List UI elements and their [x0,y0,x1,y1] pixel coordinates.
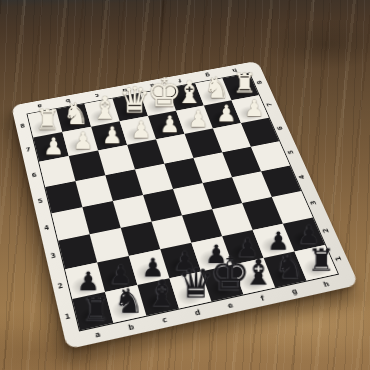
piece-black-knight-g1: ♞ [273,250,306,283]
piece-white-pawn-b7: ♟ [68,129,98,152]
square-c7: ♟ [91,121,127,150]
piece-shadow [171,92,199,110]
square-e8: ♚ [140,88,176,116]
piece-shadow [115,102,143,120]
piece-shadow [94,130,122,149]
piece-white-pawn-e7: ♟ [155,113,185,136]
square-f7: ♟ [176,105,213,133]
vinyl-mat: abcdefgh abcdefgh 87654321 87654321 ♜♞♝♛… [11,61,359,350]
rank-label-right-5: 5 [275,144,308,159]
file-label-e: e [212,296,249,315]
square-g5 [222,147,261,177]
square-g6 [213,123,251,152]
square-d3 [152,215,192,249]
rank-label-left-8: 8 [14,114,31,140]
piece-black-king-e1: ♚ [210,252,244,297]
board-scene: abcdefgh abcdefgh 87654321 87654321 ♜♞♝♛… [0,0,370,370]
piece-white-pawn-a7: ♟ [38,135,68,158]
chessboard: abcdefgh abcdefgh 87654321 87654321 ♜♞♝♛… [11,61,359,350]
piece-white-pawn-g7: ♟ [212,102,241,125]
square-e6 [156,134,193,164]
square-f5 [193,152,232,183]
square-d8: ♛ [113,93,149,121]
piece-shadow [123,125,151,144]
square-a8: ♜ [28,109,63,138]
rank-label-left-6: 6 [26,162,44,190]
piece-black-knight-b1: ♞ [112,284,146,318]
file-label-far-h: h [219,64,249,77]
piece-white-pawn-f7: ♟ [183,108,213,131]
piece-black-queen-d1: ♛ [178,263,212,304]
file-label-far-c: c [81,89,112,103]
file-label-far-e: e [137,79,168,93]
piece-shadow [30,118,57,136]
square-d6 [127,139,164,169]
square-f6 [185,128,223,158]
square-b6 [69,150,106,181]
square-a7: ♟ [33,132,68,162]
file-label-far-d: d [109,84,140,98]
piece-shadow [36,141,64,160]
square-a6 [39,156,75,187]
piece-shadow [199,87,227,105]
square-b8: ♞ [56,104,91,132]
piece-shadow [180,114,208,132]
file-label-far-a: a [24,99,55,113]
piece-shadow [143,97,171,115]
file-label-far-f: f [165,74,196,87]
piece-shadow [65,136,93,155]
piece-shadow [87,107,114,125]
wooden-table: abcdefgh abcdefgh 87654321 87654321 ♜♞♝♛… [0,0,370,370]
square-f8: ♝ [168,83,204,110]
file-label-far-b: b [53,94,84,108]
rank-label-right-7: 7 [255,98,287,112]
square-e5 [164,158,202,189]
piece-white-pawn-d7: ♟ [126,118,156,141]
piece-shadow [151,119,179,138]
square-a5 [45,181,82,213]
piece-shadow [207,109,235,127]
piece-black-bishop-c1: ♝ [145,275,179,311]
piece-black-rook-a1: ♜ [79,294,113,326]
rank-label-right-8: 8 [245,76,276,89]
square-c6 [98,145,135,175]
square-c8: ♝ [84,99,119,127]
square-b7: ♟ [62,127,98,156]
square-c5 [105,169,143,201]
piece-white-pawn-c7: ♟ [97,124,127,147]
rank-label-left-7: 7 [20,137,37,164]
file-labels-far: abcdefgh [24,64,249,113]
board-grid: ♜♞♝♛♚♝♞♜♟♟♟♟♟♟♟♟♟♟♟♟♟♟♟♟♜♞♝♛♚♝♞♜ [27,73,340,332]
square-g7: ♟ [204,100,241,128]
square-e7: ♟ [148,111,185,140]
square-d7: ♟ [120,116,156,145]
square-g8: ♞ [195,78,231,105]
rank-label-right-4: 4 [286,169,320,185]
rank-label-right-6: 6 [265,120,297,135]
piece-shadow [59,112,86,130]
square-a1: ♜ [72,292,113,330]
piece-black-rook-h1: ♜ [305,245,338,276]
square-b3 [90,228,129,263]
file-label-far-g: g [192,69,223,82]
